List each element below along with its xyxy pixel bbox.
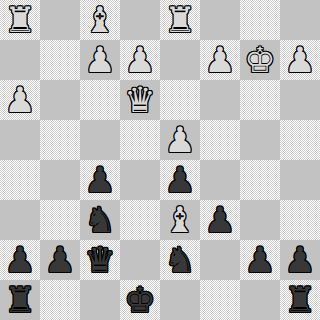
square-e8[interactable]: ♜: [160, 0, 200, 40]
white-bishop: ♝: [160, 200, 200, 240]
chess-board: ♜♝♜♟♟♟♚♟♟♛♟♟♟♞♝♟♟♟♛♞♟♟♜♚♜: [0, 0, 320, 320]
square-g2[interactable]: ♟: [240, 240, 280, 280]
square-h2[interactable]: ♟: [280, 240, 320, 280]
black-queen: ♛: [80, 240, 120, 280]
black-king: ♚: [120, 280, 160, 320]
square-a5[interactable]: [0, 120, 40, 160]
square-f2[interactable]: [200, 240, 240, 280]
black-rook: ♜: [280, 280, 320, 320]
square-b4[interactable]: [40, 160, 80, 200]
black-knight: ♞: [160, 240, 200, 280]
square-f4[interactable]: [200, 160, 240, 200]
square-g1[interactable]: [240, 280, 280, 320]
square-g6[interactable]: [240, 80, 280, 120]
square-b2[interactable]: ♟: [40, 240, 80, 280]
square-f1[interactable]: [200, 280, 240, 320]
square-g5[interactable]: [240, 120, 280, 160]
square-e7[interactable]: [160, 40, 200, 80]
square-f6[interactable]: [200, 80, 240, 120]
black-pawn: ♟: [200, 200, 240, 240]
square-f5[interactable]: [200, 120, 240, 160]
white-rook: ♜: [0, 0, 40, 40]
square-f7[interactable]: ♟: [200, 40, 240, 80]
square-h4[interactable]: [280, 160, 320, 200]
square-h1[interactable]: ♜: [280, 280, 320, 320]
square-e2[interactable]: ♞: [160, 240, 200, 280]
square-c6[interactable]: [80, 80, 120, 120]
square-b8[interactable]: [40, 0, 80, 40]
square-e4[interactable]: ♟: [160, 160, 200, 200]
square-e5[interactable]: ♟: [160, 120, 200, 160]
white-pawn: ♟: [280, 40, 320, 80]
white-pawn: ♟: [0, 80, 40, 120]
square-d7[interactable]: ♟: [120, 40, 160, 80]
black-pawn: ♟: [240, 240, 280, 280]
square-b5[interactable]: [40, 120, 80, 160]
square-a2[interactable]: ♟: [0, 240, 40, 280]
black-knight: ♞: [80, 200, 120, 240]
square-h6[interactable]: [280, 80, 320, 120]
square-d2[interactable]: [120, 240, 160, 280]
square-e6[interactable]: [160, 80, 200, 120]
square-f8[interactable]: [200, 0, 240, 40]
square-c3[interactable]: ♞: [80, 200, 120, 240]
square-d3[interactable]: [120, 200, 160, 240]
white-pawn: ♟: [120, 40, 160, 80]
square-h7[interactable]: ♟: [280, 40, 320, 80]
square-a7[interactable]: [0, 40, 40, 80]
square-a1[interactable]: ♜: [0, 280, 40, 320]
square-f3[interactable]: ♟: [200, 200, 240, 240]
square-h5[interactable]: [280, 120, 320, 160]
square-d5[interactable]: [120, 120, 160, 160]
square-d1[interactable]: ♚: [120, 280, 160, 320]
square-c4[interactable]: ♟: [80, 160, 120, 200]
square-b6[interactable]: [40, 80, 80, 120]
black-pawn: ♟: [280, 240, 320, 280]
square-g8[interactable]: [240, 0, 280, 40]
square-b7[interactable]: [40, 40, 80, 80]
square-d8[interactable]: [120, 0, 160, 40]
white-pawn: ♟: [160, 120, 200, 160]
black-pawn: ♟: [160, 160, 200, 200]
square-c7[interactable]: ♟: [80, 40, 120, 80]
square-d6[interactable]: ♛: [120, 80, 160, 120]
black-pawn: ♟: [0, 240, 40, 280]
white-rook: ♜: [160, 0, 200, 40]
square-g4[interactable]: [240, 160, 280, 200]
square-a6[interactable]: ♟: [0, 80, 40, 120]
square-c8[interactable]: ♝: [80, 0, 120, 40]
black-pawn: ♟: [80, 160, 120, 200]
square-d4[interactable]: [120, 160, 160, 200]
square-a8[interactable]: ♜: [0, 0, 40, 40]
white-pawn: ♟: [80, 40, 120, 80]
square-e1[interactable]: [160, 280, 200, 320]
square-b1[interactable]: [40, 280, 80, 320]
square-c2[interactable]: ♛: [80, 240, 120, 280]
square-b3[interactable]: [40, 200, 80, 240]
black-pawn: ♟: [40, 240, 80, 280]
square-e3[interactable]: ♝: [160, 200, 200, 240]
square-g3[interactable]: [240, 200, 280, 240]
square-a3[interactable]: [0, 200, 40, 240]
square-c5[interactable]: [80, 120, 120, 160]
white-queen: ♛: [120, 80, 160, 120]
white-pawn: ♟: [200, 40, 240, 80]
white-king: ♚: [240, 40, 280, 80]
square-a4[interactable]: [0, 160, 40, 200]
square-c1[interactable]: [80, 280, 120, 320]
square-h8[interactable]: [280, 0, 320, 40]
white-bishop: ♝: [80, 0, 120, 40]
square-h3[interactable]: [280, 200, 320, 240]
square-g7[interactable]: ♚: [240, 40, 280, 80]
black-rook: ♜: [0, 280, 40, 320]
